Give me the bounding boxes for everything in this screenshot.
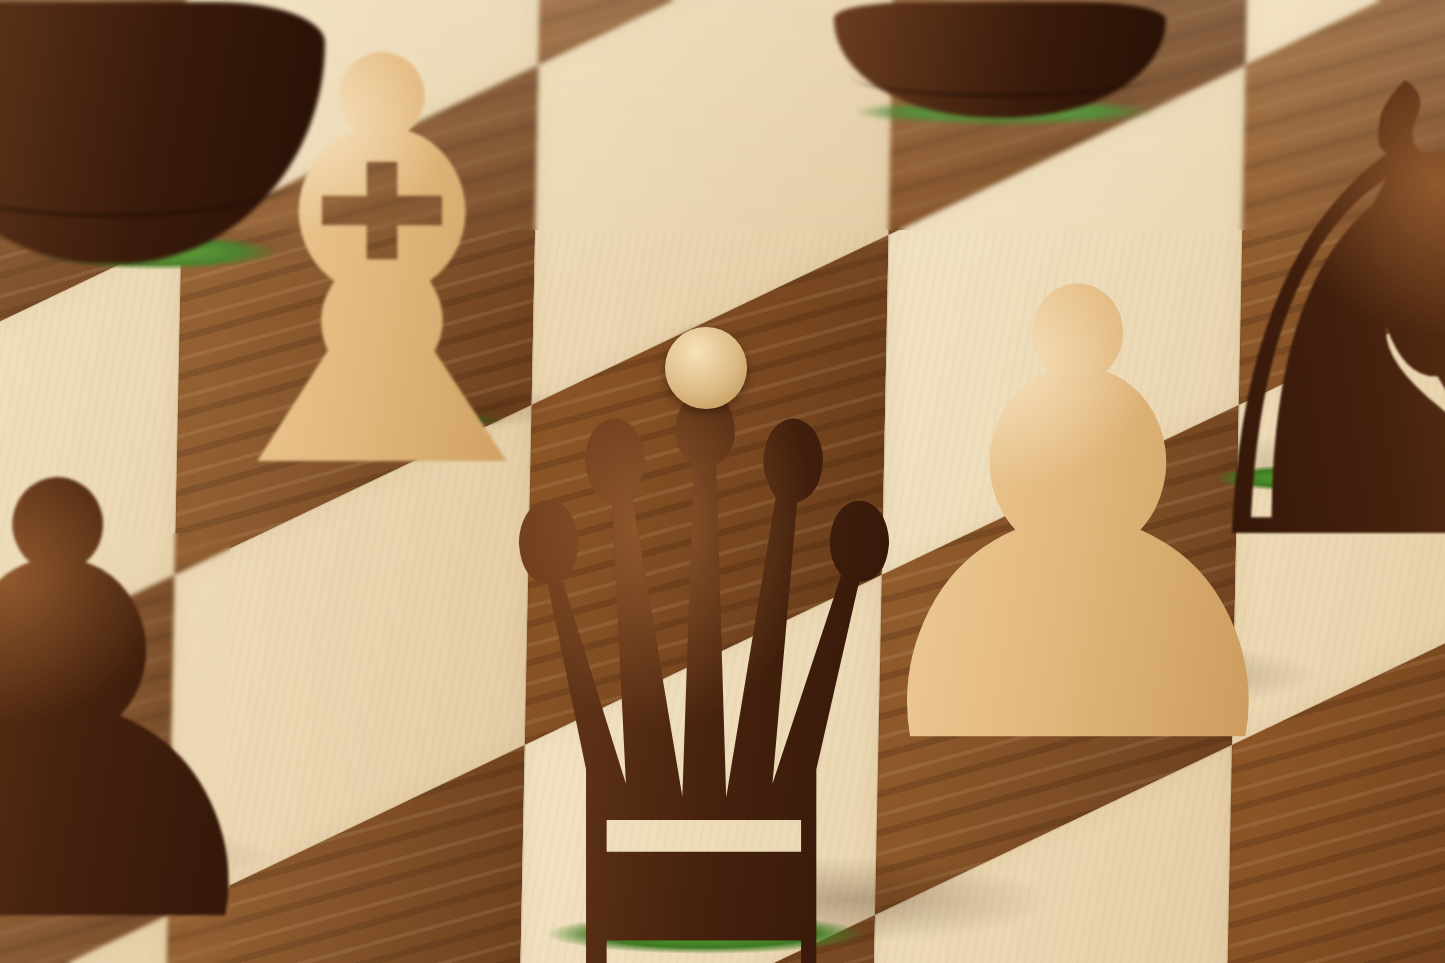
contrasting-ball-finial [665, 327, 747, 409]
base-groove [851, 55, 1150, 97]
pawn-glyph: ♟ [0, 408, 313, 963]
pieces-layer: ♛♟♟♝♞ [0, 0, 1445, 963]
base-groove [0, 125, 304, 217]
piece-black-pawn-b5: ♟ [0, 408, 327, 963]
chess-product-photo: ♛♟♟♝♞ [0, 0, 1445, 963]
